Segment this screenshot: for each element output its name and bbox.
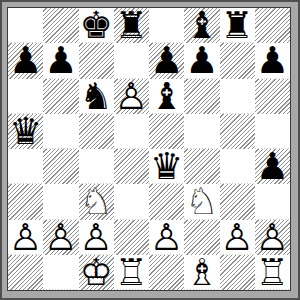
square-d8[interactable]: ♜ <box>114 8 149 43</box>
white-rook-outline: ♖ <box>255 255 290 290</box>
square-f2[interactable] <box>184 220 219 255</box>
black-knight[interactable]: ♞ <box>79 79 114 114</box>
square-b1[interactable] <box>43 255 78 290</box>
black-pawn[interactable]: ♟ <box>255 43 290 78</box>
square-g1[interactable] <box>220 255 255 290</box>
white-rook-outline: ♖ <box>114 255 149 290</box>
square-f8[interactable]: ♝ <box>184 8 219 43</box>
square-b5[interactable] <box>43 114 78 149</box>
white-pawn[interactable]: ♟♙ <box>43 220 78 255</box>
square-c3[interactable]: ♞♘ <box>79 184 114 219</box>
square-d7[interactable] <box>114 43 149 78</box>
board-mat: ♚♜♝♜♟♟♟♟♟♞♟♙♝♛♛♟♞♘♞♘♟♙♟♙♟♙♟♙♟♙♟♙♚♔♜♖♝♗♜♖ <box>2 2 298 298</box>
square-h1[interactable]: ♜♖ <box>255 255 290 290</box>
square-e1[interactable] <box>149 255 184 290</box>
white-pawn[interactable]: ♟♙ <box>255 220 290 255</box>
square-e2[interactable]: ♟♙ <box>149 220 184 255</box>
square-c8[interactable]: ♚ <box>79 8 114 43</box>
black-king[interactable]: ♚ <box>79 8 114 43</box>
square-d3[interactable] <box>114 184 149 219</box>
square-h7[interactable]: ♟ <box>255 43 290 78</box>
white-king[interactable]: ♚♔ <box>79 255 114 290</box>
square-d4[interactable] <box>114 149 149 184</box>
white-rook[interactable]: ♜♖ <box>114 255 149 290</box>
white-pawn-outline: ♙ <box>255 220 290 255</box>
square-a5[interactable]: ♛ <box>8 114 43 149</box>
board-frame: ♚♜♝♜♟♟♟♟♟♞♟♙♝♛♛♟♞♘♞♘♟♙♟♙♟♙♟♙♟♙♟♙♚♔♜♖♝♗♜♖ <box>0 0 300 300</box>
white-pawn[interactable]: ♟♙ <box>8 220 43 255</box>
square-f7[interactable]: ♟ <box>184 43 219 78</box>
chess-board: ♚♜♝♜♟♟♟♟♟♞♟♙♝♛♛♟♞♘♞♘♟♙♟♙♟♙♟♙♟♙♟♙♚♔♜♖♝♗♜♖ <box>7 7 291 291</box>
square-g4[interactable] <box>220 149 255 184</box>
square-b2[interactable]: ♟♙ <box>43 220 78 255</box>
white-knight[interactable]: ♞♘ <box>184 184 219 219</box>
white-pawn-outline: ♙ <box>43 220 78 255</box>
square-h3[interactable] <box>255 184 290 219</box>
white-knight-outline: ♘ <box>184 184 219 219</box>
black-pawn[interactable]: ♟ <box>184 43 219 78</box>
square-h6[interactable] <box>255 79 290 114</box>
square-b8[interactable] <box>43 8 78 43</box>
square-d1[interactable]: ♜♖ <box>114 255 149 290</box>
square-g5[interactable] <box>220 114 255 149</box>
square-c1[interactable]: ♚♔ <box>79 255 114 290</box>
square-c2[interactable]: ♟♙ <box>79 220 114 255</box>
square-b6[interactable] <box>43 79 78 114</box>
square-c5[interactable] <box>79 114 114 149</box>
square-h5[interactable] <box>255 114 290 149</box>
square-g8[interactable]: ♜ <box>220 8 255 43</box>
white-pawn-outline: ♙ <box>79 220 114 255</box>
square-a2[interactable]: ♟♙ <box>8 220 43 255</box>
square-h4[interactable]: ♟ <box>255 149 290 184</box>
square-e4[interactable]: ♛ <box>149 149 184 184</box>
white-pawn[interactable]: ♟♙ <box>220 220 255 255</box>
square-e8[interactable] <box>149 8 184 43</box>
square-c4[interactable] <box>79 149 114 184</box>
black-rook[interactable]: ♜ <box>114 8 149 43</box>
square-b4[interactable] <box>43 149 78 184</box>
square-e7[interactable]: ♟ <box>149 43 184 78</box>
white-knight[interactable]: ♞♘ <box>79 184 114 219</box>
square-e3[interactable] <box>149 184 184 219</box>
square-h8[interactable] <box>255 8 290 43</box>
square-d5[interactable] <box>114 114 149 149</box>
white-pawn[interactable]: ♟♙ <box>79 220 114 255</box>
square-a8[interactable] <box>8 8 43 43</box>
white-pawn-outline: ♙ <box>8 220 43 255</box>
black-pawn[interactable]: ♟ <box>43 43 78 78</box>
black-pawn[interactable]: ♟ <box>149 43 184 78</box>
white-pawn[interactable]: ♟♙ <box>149 220 184 255</box>
square-e6[interactable]: ♝ <box>149 79 184 114</box>
square-f4[interactable] <box>184 149 219 184</box>
square-d2[interactable] <box>114 220 149 255</box>
white-pawn-outline: ♙ <box>149 220 184 255</box>
white-bishop[interactable]: ♝♗ <box>184 255 219 290</box>
square-a4[interactable] <box>8 149 43 184</box>
square-g7[interactable] <box>220 43 255 78</box>
white-bishop-outline: ♗ <box>184 255 219 290</box>
square-b7[interactable]: ♟ <box>43 43 78 78</box>
black-pawn[interactable]: ♟ <box>255 149 290 184</box>
black-pawn[interactable]: ♟ <box>8 43 43 78</box>
square-a6[interactable] <box>8 79 43 114</box>
square-f6[interactable] <box>184 79 219 114</box>
square-f1[interactable]: ♝♗ <box>184 255 219 290</box>
white-knight-outline: ♘ <box>79 184 114 219</box>
square-a3[interactable] <box>8 184 43 219</box>
black-queen[interactable]: ♛ <box>149 149 184 184</box>
square-d6[interactable]: ♟♙ <box>114 79 149 114</box>
square-a1[interactable] <box>8 255 43 290</box>
square-g2[interactable]: ♟♙ <box>220 220 255 255</box>
black-bishop[interactable]: ♝ <box>184 8 219 43</box>
white-rook[interactable]: ♜♖ <box>255 255 290 290</box>
square-g6[interactable] <box>220 79 255 114</box>
square-c7[interactable] <box>79 43 114 78</box>
square-e5[interactable] <box>149 114 184 149</box>
square-c6[interactable]: ♞ <box>79 79 114 114</box>
square-b3[interactable] <box>43 184 78 219</box>
white-pawn-outline: ♙ <box>114 79 149 114</box>
white-pawn-outline: ♙ <box>220 220 255 255</box>
black-rook[interactable]: ♜ <box>220 8 255 43</box>
white-king-outline: ♔ <box>79 255 114 290</box>
black-bishop[interactable]: ♝ <box>149 79 184 114</box>
white-pawn[interactable]: ♟♙ <box>114 79 149 114</box>
square-g3[interactable] <box>220 184 255 219</box>
square-a7[interactable]: ♟ <box>8 43 43 78</box>
square-h2[interactable]: ♟♙ <box>255 220 290 255</box>
black-queen[interactable]: ♛ <box>8 114 43 149</box>
square-f3[interactable]: ♞♘ <box>184 184 219 219</box>
square-f5[interactable] <box>184 114 219 149</box>
